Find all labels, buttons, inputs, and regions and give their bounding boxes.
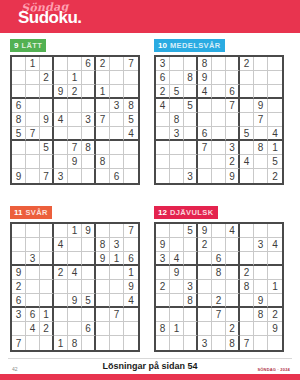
sudoku-cell-r1c6: 9 [82, 224, 96, 238]
sudoku-cell-r2c6 [82, 238, 96, 252]
sudoku-cell-r9c4 [198, 169, 212, 183]
difficulty-label: MEDELSVÅR [170, 41, 221, 50]
sudoku-cell-r3c2: 5 [170, 85, 184, 99]
sudoku-cell-r5c2 [170, 280, 184, 294]
sudoku-cell-r6c3 [40, 294, 54, 308]
sudoku-cell-r1c7 [240, 224, 254, 238]
sudoku-cell-r9c7 [240, 169, 254, 183]
sudoku-cell-r7c6: 8 [82, 141, 96, 155]
sudoku-cell-r3c7: 1 [96, 85, 110, 99]
sudoku-cell-r3c1 [12, 85, 26, 99]
sudoku-cell-r6c5 [212, 127, 226, 141]
sudoku-cell-r6c1 [156, 294, 170, 308]
sudoku-cell-r8c6: 6 [82, 322, 96, 336]
sudoku-cell-r7c9 [124, 308, 138, 322]
sudoku-cell-r8c7 [96, 322, 110, 336]
sudoku-cell-r1c8 [110, 224, 124, 238]
sudoku-cell-r8c1 [12, 322, 26, 336]
sudoku-cell-r2c8: 3 [110, 238, 124, 252]
sudoku-cell-r9c5 [68, 169, 82, 183]
sudoku-cell-r2c7 [240, 71, 254, 85]
sudoku-cell-r2c4: 4 [54, 238, 68, 252]
sudoku-cell-r1c3 [184, 57, 198, 71]
sudoku-cell-r9c6 [82, 336, 96, 350]
sudoku-cell-r1c6: 4 [226, 224, 240, 238]
sudoku-cell-r3c3 [184, 252, 198, 266]
sudoku-cell-r6c3: 8 [184, 294, 198, 308]
sudoku-cell-r3c2 [26, 85, 40, 99]
sudoku-cell-r2c2 [26, 71, 40, 85]
sudoku-cell-r9c6: 9 [226, 169, 240, 183]
sudoku-cell-r9c3: 3 [184, 169, 198, 183]
sudoku-cell-r5c9 [268, 113, 282, 127]
sudoku-cell-r8c3 [184, 155, 198, 169]
sudoku-cell-r2c9: 4 [268, 238, 282, 252]
puzzle-number: 10 [158, 41, 167, 50]
sudoku-cell-r1c2 [170, 57, 184, 71]
sudoku-cell-r1c3 [40, 224, 54, 238]
sudoku-cell-r3c8 [254, 252, 268, 266]
sudoku-cell-r8c4 [198, 322, 212, 336]
sudoku-cell-r5c7 [96, 280, 110, 294]
sudoku-cell-r9c1: 7 [12, 336, 26, 350]
sudoku-cell-r6c8: 9 [254, 294, 268, 308]
sudoku-cell-r4c4 [198, 99, 212, 113]
sudoku-cell-r1c9: 7 [124, 224, 138, 238]
sudoku-cell-r5c1: 2 [12, 280, 26, 294]
sudoku-cell-r8c9 [124, 322, 138, 336]
sudoku-cell-r5c4 [54, 280, 68, 294]
sudoku-cell-r8c9: 9 [268, 322, 282, 336]
sudoku-cell-r5c8 [110, 113, 124, 127]
sudoku-cell-r3c5 [68, 252, 82, 266]
sudoku-cell-r6c7 [96, 294, 110, 308]
sudoku-cell-r2c3: 8 [184, 71, 198, 85]
sudoku-cell-r8c4 [54, 322, 68, 336]
sudoku-cell-r5c7: 8 [240, 280, 254, 294]
sudoku-cell-r4c5: 8 [212, 266, 226, 280]
sudoku-cell-r4c4 [54, 99, 68, 113]
sudoku-cell-r6c6: 5 [82, 294, 96, 308]
sudoku-cell-r3c9 [268, 252, 282, 266]
sudoku-cell-r2c5 [212, 71, 226, 85]
sudoku-cell-r4c2 [26, 266, 40, 280]
sudoku-cell-r3c1 [12, 252, 26, 266]
difficulty-badge-medium: 10 MEDELSVÅR [154, 39, 225, 52]
sudoku-cell-r9c9 [268, 336, 282, 350]
sudoku-cell-r6c1 [156, 127, 170, 141]
sudoku-cell-r6c7 [240, 294, 254, 308]
sudoku-cell-r1c5: 1 [68, 224, 82, 238]
sudoku-cell-r6c5 [68, 127, 82, 141]
sudoku-cell-r6c7: 5 [240, 127, 254, 141]
sudoku-cell-r9c8 [110, 336, 124, 350]
sudoku-cell-r4c6 [82, 99, 96, 113]
sudoku-cell-r4c1: 4 [156, 99, 170, 113]
sudoku-cell-r8c8 [254, 155, 268, 169]
sudoku-cell-r2c8 [110, 71, 124, 85]
sudoku-cell-r5c4 [198, 113, 212, 127]
puzzle-number: 11 [14, 208, 22, 217]
sudoku-cell-r4c6: 7 [226, 99, 240, 113]
sudoku-cell-r9c8 [254, 336, 268, 350]
sudoku-cell-r3c1: 2 [156, 85, 170, 99]
sudoku-cell-r5c4 [198, 280, 212, 294]
sudoku-cell-r1c7: 2 [96, 57, 110, 71]
sudoku-cell-r2c2 [170, 238, 184, 252]
sudoku-cell-r7c2 [170, 308, 184, 322]
sudoku-cell-r8c5 [212, 322, 226, 336]
sudoku-cell-r1c3: 5 [184, 224, 198, 238]
sudoku-cell-r3c5: 2 [68, 85, 82, 99]
sudoku-cell-r7c8: 7 [110, 308, 124, 322]
sudoku-cell-r8c6: 2 [226, 322, 240, 336]
sudoku-cell-r2c8 [254, 71, 268, 85]
sudoku-cell-r6c5: 2 [212, 294, 226, 308]
sudoku-cell-r8c2 [170, 155, 184, 169]
sudoku-cell-r9c7 [96, 336, 110, 350]
sudoku-cell-r3c9: 6 [124, 252, 138, 266]
sudoku-cell-r9c2 [170, 336, 184, 350]
sudoku-cell-r7c6: 3 [226, 141, 240, 155]
sudoku-cell-r8c2: 1 [170, 322, 184, 336]
sudoku-cell-r9c2 [170, 169, 184, 183]
sudoku-cell-r1c9: 7 [124, 57, 138, 71]
sudoku-cell-r1c4: 9 [198, 224, 212, 238]
puzzle-number: 9 [14, 41, 18, 50]
sudoku-cell-r4c5 [68, 99, 82, 113]
sudoku-cell-r7c5: 7 [212, 308, 226, 322]
sudoku-cell-r2c7 [96, 71, 110, 85]
sudoku-cell-r3c9 [124, 85, 138, 99]
sudoku-cell-r9c4: 1 [54, 336, 68, 350]
sudoku-cell-r3c6 [82, 85, 96, 99]
sudoku-cell-r6c5: 9 [68, 294, 82, 308]
sudoku-cell-r1c3 [40, 57, 54, 71]
sudoku-cell-r7c9 [124, 141, 138, 155]
sudoku-cell-r4c2 [26, 99, 40, 113]
sudoku-cell-r4c6 [82, 266, 96, 280]
sudoku-cell-r7c5 [68, 308, 82, 322]
sudoku-cell-r9c1 [156, 336, 170, 350]
sudoku-cell-r5c3: 9 [40, 113, 54, 127]
sudoku-cell-r2c2 [170, 71, 184, 85]
sudoku-cell-r1c1 [156, 224, 170, 238]
puzzle-number: 12 [158, 208, 167, 217]
sudoku-cell-r3c9 [268, 85, 282, 99]
newspaper-sudoku-page: Söndag Sudoku. 9 LÄTT 10 MEDELSVÅR 11 SV… [0, 0, 300, 380]
sudoku-cell-r3c6 [226, 252, 240, 266]
sudoku-cell-r6c4 [54, 127, 68, 141]
sudoku-cell-r3c4 [198, 252, 212, 266]
sudoku-cell-r9c9 [124, 169, 138, 183]
masthead-banner: Söndag Sudoku. [0, 0, 300, 33]
sudoku-cell-r6c6 [226, 294, 240, 308]
sudoku-cell-r7c5 [212, 141, 226, 155]
sudoku-cell-r8c3 [40, 155, 54, 169]
sudoku-cell-r1c8 [110, 57, 124, 71]
sudoku-cell-r2c3: 2 [40, 71, 54, 85]
sudoku-cell-r5c3 [40, 280, 54, 294]
sudoku-cell-r2c6 [226, 238, 240, 252]
sudoku-cell-r8c9 [124, 155, 138, 169]
sudoku-cell-r2c8: 3 [254, 238, 268, 252]
difficulty-badge-devilish: 12 DJÄVULSK [154, 206, 218, 219]
sudoku-cell-r1c4 [54, 57, 68, 71]
sudoku-cell-r2c9 [124, 71, 138, 85]
sudoku-cell-r6c8 [254, 127, 268, 141]
sudoku-cell-r1c1 [12, 224, 26, 238]
sudoku-cell-r2c5 [68, 238, 82, 252]
sudoku-cell-r7c4: 7 [198, 141, 212, 155]
sudoku-cell-r2c1 [12, 71, 26, 85]
sudoku-board-hard: 197483391692412969543617426718 [10, 222, 140, 352]
sudoku-cell-r1c5 [68, 57, 82, 71]
sudoku-cell-r6c7 [96, 127, 110, 141]
sudoku-cell-r1c5 [212, 224, 226, 238]
sudoku-cell-r3c7 [240, 252, 254, 266]
sudoku-cell-r8c8 [110, 155, 124, 169]
sudoku-cell-r3c5: 6 [212, 252, 226, 266]
difficulty-label: DJÄVULSK [170, 208, 214, 217]
sudoku-cell-r9c9 [124, 336, 138, 350]
sudoku-cell-r4c7 [240, 99, 254, 113]
sudoku-cell-r9c9: 2 [268, 169, 282, 183]
sudoku-cell-r4c2: 9 [170, 266, 184, 280]
sudoku-cell-r4c2 [170, 99, 184, 113]
sudoku-cell-r7c8: 8 [254, 141, 268, 155]
sudoku-cell-r4c3 [40, 266, 54, 280]
sudoku-cell-r3c7 [240, 85, 254, 99]
sudoku-cell-r6c2 [26, 294, 40, 308]
sudoku-cell-r5c5 [212, 113, 226, 127]
difficulty-label: SVÅR [25, 208, 47, 217]
sudoku-cell-r1c2 [170, 224, 184, 238]
sudoku-cell-r3c4 [54, 252, 68, 266]
sudoku-cell-r8c5 [68, 322, 82, 336]
sudoku-cell-r4c4: 2 [54, 266, 68, 280]
sudoku-cell-r2c7 [240, 238, 254, 252]
difficulty-badge-hard: 11 SVÅR [10, 206, 52, 219]
sudoku-cell-r5c2: 8 [170, 113, 184, 127]
sudoku-cell-r1c9 [268, 57, 282, 71]
sudoku-cell-r5c4: 4 [54, 113, 68, 127]
sudoku-cell-r5c5 [68, 113, 82, 127]
sudoku-cell-r2c5: 1 [68, 71, 82, 85]
sudoku-cell-r5c6 [226, 280, 240, 294]
sudoku-cell-r4c4 [198, 266, 212, 280]
sudoku-cell-r9c6 [82, 169, 96, 183]
sudoku-cell-r9c2 [26, 336, 40, 350]
sudoku-cell-r8c7: 4 [240, 155, 254, 169]
sudoku-cell-r1c2 [26, 224, 40, 238]
sudoku-cell-r9c4: 3 [54, 169, 68, 183]
sudoku-cell-r3c4: 4 [198, 85, 212, 99]
sudoku-cell-r8c1 [156, 155, 170, 169]
sudoku-cell-r7c1 [12, 141, 26, 155]
sudoku-cell-r9c2 [26, 169, 40, 183]
sudoku-cell-r6c1: 5 [12, 127, 26, 141]
sudoku-cell-r7c3 [184, 308, 198, 322]
sudoku-cell-r5c8 [254, 280, 268, 294]
sudoku-cell-r8c8 [254, 322, 268, 336]
sudoku-cell-r9c3 [40, 336, 54, 350]
sudoku-cell-r2c1: 6 [156, 71, 170, 85]
sudoku-cell-r3c7: 9 [96, 252, 110, 266]
sudoku-cell-r4c1 [156, 266, 170, 280]
sudoku-cell-r7c5: 7 [68, 141, 82, 155]
sudoku-cell-r4c7 [96, 99, 110, 113]
sudoku-cell-r7c7 [96, 308, 110, 322]
sudoku-cell-r8c3 [184, 322, 198, 336]
sudoku-cell-r4c5: 4 [68, 266, 82, 280]
sudoku-cell-r3c3 [40, 85, 54, 99]
sudoku-cell-r7c4 [54, 308, 68, 322]
sudoku-cell-r4c8 [254, 266, 268, 280]
sudoku-cell-r1c9 [268, 224, 282, 238]
sudoku-cell-r8c5 [212, 155, 226, 169]
sudoku-cell-r8c1: 8 [156, 322, 170, 336]
sudoku-cell-r6c9: 4 [124, 127, 138, 141]
sudoku-cell-r3c3 [40, 252, 54, 266]
sudoku-cell-r4c8: 3 [110, 99, 124, 113]
sudoku-cell-r2c7: 8 [96, 238, 110, 252]
sudoku-cell-r2c6 [226, 71, 240, 85]
sudoku-board-medium: 382689254645798736547381245392 [154, 55, 284, 185]
sudoku-cell-r9c1: 9 [12, 169, 26, 183]
sudoku-cell-r8c4 [54, 155, 68, 169]
sudoku-cell-r5c6 [226, 113, 240, 127]
sudoku-cell-r5c3: 3 [184, 280, 198, 294]
sudoku-cell-r4c3 [40, 99, 54, 113]
sudoku-cell-r1c1: 3 [156, 57, 170, 71]
sudoku-cell-r9c8: 6 [110, 169, 124, 183]
sudoku-cell-r1c6 [226, 57, 240, 71]
sudoku-cell-r1c8 [254, 224, 268, 238]
sudoku-cell-r5c7 [240, 113, 254, 127]
sudoku-cell-r9c1 [156, 169, 170, 183]
sudoku-cell-r3c8 [254, 85, 268, 99]
sudoku-cell-r8c9: 5 [268, 155, 282, 169]
sudoku-cell-r9c4: 3 [198, 336, 212, 350]
sudoku-cell-r5c6: 3 [82, 113, 96, 127]
sudoku-cell-r2c4: 9 [198, 71, 212, 85]
sudoku-cell-r6c9: 4 [268, 127, 282, 141]
sudoku-cell-r2c1: 9 [156, 238, 170, 252]
sudoku-cell-r6c2: 7 [26, 127, 40, 141]
sudoku-cell-r9c5 [212, 169, 226, 183]
sudoku-cell-r6c4: 6 [198, 127, 212, 141]
sudoku-cell-r7c3 [184, 141, 198, 155]
sudoku-cell-r2c4 [54, 71, 68, 85]
sudoku-cell-r7c8 [110, 141, 124, 155]
sudoku-cell-r8c5: 9 [68, 155, 82, 169]
sudoku-cell-r6c1: 6 [12, 294, 26, 308]
sudoku-cell-r2c3 [184, 238, 198, 252]
sudoku-cell-r4c9: 8 [124, 99, 138, 113]
sudoku-cell-r6c6 [226, 127, 240, 141]
sudoku-cell-r4c7 [96, 266, 110, 280]
sudoku-cell-r5c9: 9 [124, 280, 138, 294]
sudoku-cell-r9c8 [254, 169, 268, 183]
sudoku-cell-r5c1 [156, 113, 170, 127]
sudoku-cell-r5c2 [26, 280, 40, 294]
sudoku-cell-r8c1 [12, 155, 26, 169]
sudoku-cell-r3c6: 6 [226, 85, 240, 99]
sudoku-cell-r3c1: 3 [156, 252, 170, 266]
sudoku-cell-r7c7 [240, 308, 254, 322]
edition-note: SÖNDAG · 2024 [257, 367, 290, 372]
sudoku-cell-r7c4 [54, 141, 68, 155]
sudoku-board-devilish: 594923434698223818297828129387 [154, 222, 284, 352]
sudoku-cell-r4c9 [268, 99, 282, 113]
sudoku-cell-r3c3 [184, 85, 198, 99]
sudoku-cell-r5c9: 5 [124, 113, 138, 127]
sudoku-cell-r2c9 [124, 238, 138, 252]
sudoku-cell-r5c2 [26, 113, 40, 127]
sudoku-cell-r6c8 [110, 294, 124, 308]
sudoku-cell-r2c9 [268, 71, 282, 85]
sudoku-cell-r3c4: 9 [54, 85, 68, 99]
sudoku-cell-r7c1 [156, 308, 170, 322]
sudoku-cell-r3c6 [82, 252, 96, 266]
masthead-title: Sudoku. [18, 8, 82, 28]
sudoku-cell-r3c8: 1 [110, 252, 124, 266]
sudoku-board-easy: 162721921638894375574578989736 [10, 55, 140, 185]
sudoku-cell-r6c2: 3 [170, 127, 184, 141]
sudoku-cell-r9c7 [96, 169, 110, 183]
sudoku-cell-r5c1: 2 [156, 280, 170, 294]
sudoku-cell-r7c6 [226, 308, 240, 322]
sudoku-cell-r8c2: 4 [26, 322, 40, 336]
sudoku-cell-r6c4 [198, 294, 212, 308]
sudoku-cell-r6c3 [184, 127, 198, 141]
sudoku-cell-r4c8: 9 [254, 99, 268, 113]
sudoku-cell-r5c5 [212, 280, 226, 294]
sudoku-cell-r3c2: 3 [26, 252, 40, 266]
sudoku-cell-r8c8 [110, 322, 124, 336]
sudoku-cell-r2c6 [82, 71, 96, 85]
sudoku-cell-r6c3 [40, 127, 54, 141]
sudoku-cell-r8c7 [240, 322, 254, 336]
sudoku-cell-r4c6 [226, 266, 240, 280]
footer-divider [8, 358, 292, 359]
difficulty-badge-easy: 9 LÄTT [10, 39, 46, 52]
sudoku-cell-r1c5 [212, 57, 226, 71]
sudoku-cell-r6c9: 4 [124, 294, 138, 308]
sudoku-cell-r4c3 [184, 266, 198, 280]
sudoku-cell-r5c3 [184, 113, 198, 127]
sudoku-cell-r3c5 [212, 85, 226, 99]
sudoku-cell-r8c6 [82, 155, 96, 169]
sudoku-cell-r2c2 [26, 238, 40, 252]
sudoku-cell-r4c3: 5 [184, 99, 198, 113]
sudoku-cell-r2c3 [40, 238, 54, 252]
sudoku-cell-r1c2: 1 [26, 57, 40, 71]
sudoku-cell-r7c4 [198, 308, 212, 322]
solutions-note: Lösningar på sidan 54 [0, 361, 300, 371]
sudoku-cell-r6c2 [170, 294, 184, 308]
sudoku-cell-r5c8: 7 [254, 113, 268, 127]
sudoku-cell-r2c1 [12, 238, 26, 252]
sudoku-cell-r1c7: 2 [240, 57, 254, 71]
sudoku-cell-r1c8 [254, 57, 268, 71]
sudoku-cell-r8c3: 2 [40, 322, 54, 336]
sudoku-cell-r4c8 [110, 266, 124, 280]
sudoku-cell-r5c8 [110, 280, 124, 294]
sudoku-cell-r7c7 [240, 141, 254, 155]
sudoku-cell-r7c8: 8 [254, 308, 268, 322]
